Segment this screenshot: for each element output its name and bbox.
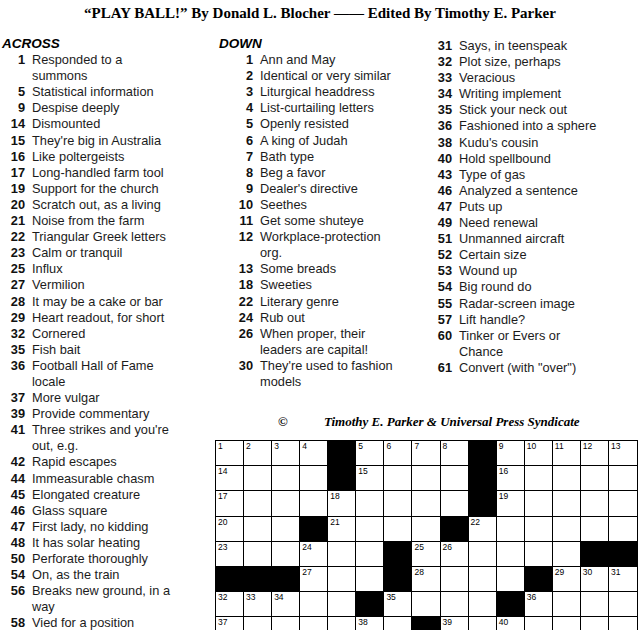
clue-text: More vulgar bbox=[32, 390, 100, 406]
clue-item-54: 54On, as the train bbox=[0, 567, 216, 583]
cell-number: 31 bbox=[611, 568, 620, 577]
clue-text: Triangular Greek letters bbox=[32, 229, 166, 245]
cell-number: 19 bbox=[499, 492, 508, 501]
cell-number: 16 bbox=[499, 467, 508, 476]
clue-text: Vermilion bbox=[32, 277, 85, 293]
clue-item-58: 58Vied for a position bbox=[0, 615, 216, 630]
clue-text: Rub out bbox=[260, 310, 305, 326]
clue-item-46: 46Analyzed a sentence bbox=[428, 183, 640, 199]
grid-cell-r3c2[interactable] bbox=[244, 491, 272, 516]
grid-cell-r8c14[interactable] bbox=[581, 617, 609, 630]
clue-number: 60 bbox=[428, 328, 452, 360]
grid-cell-r3c6[interactable] bbox=[356, 491, 384, 516]
clue-number: 42 bbox=[0, 454, 25, 470]
clue-text: Scratch out, as a living bbox=[32, 197, 161, 213]
cell-number: 35 bbox=[386, 593, 395, 602]
grid-cell-r4c3[interactable] bbox=[272, 517, 300, 542]
clue-item-11: 11Get some shuteye bbox=[217, 213, 431, 229]
clue-text: They're used to fashion models bbox=[260, 358, 393, 390]
grid-cell-r4c10[interactable]: 22 bbox=[469, 517, 497, 542]
clue-number: 47 bbox=[428, 199, 452, 215]
cell-number: 30 bbox=[583, 568, 592, 577]
grid-cell-r8c7[interactable] bbox=[384, 617, 412, 630]
clue-number: 19 bbox=[0, 181, 25, 197]
grid-cell-r7c3[interactable]: 34 bbox=[272, 592, 300, 617]
clue-text: Some breads bbox=[260, 261, 336, 277]
grid-cell-r1c7[interactable]: 6 bbox=[384, 441, 412, 466]
cell-number: 9 bbox=[499, 442, 504, 451]
clue-number: 56 bbox=[0, 583, 25, 615]
clue-text: Says, in teenspeak bbox=[459, 38, 567, 54]
grid-cell-r3c3[interactable] bbox=[272, 491, 300, 516]
clue-number: 2 bbox=[217, 68, 253, 84]
grid-cell-r8c13[interactable] bbox=[553, 617, 581, 630]
grid-cell-r6c4[interactable]: 27 bbox=[300, 567, 328, 592]
clue-item-35: 35Stick your neck out bbox=[428, 102, 640, 118]
clue-item-26: 26When proper, their leaders are capital… bbox=[217, 326, 431, 358]
grid-cell-r6c5[interactable] bbox=[328, 567, 356, 592]
grid-cell-r2c2[interactable] bbox=[244, 466, 272, 491]
clue-text: Convert (with "over") bbox=[459, 360, 576, 376]
clue-item-39: 39Provide commentary bbox=[0, 406, 216, 422]
grid-cell-r4c6[interactable] bbox=[356, 517, 384, 542]
grid-cell-r4c11[interactable] bbox=[497, 517, 525, 542]
clue-item-20: 20Scratch out, as a living bbox=[0, 197, 216, 213]
grid-cell-r4c14[interactable] bbox=[581, 517, 609, 542]
clue-item-36: 36Football Hall of Fame locale bbox=[0, 358, 216, 390]
grid-cell-r5c9[interactable]: 26 bbox=[441, 542, 469, 567]
clue-number: 49 bbox=[428, 215, 452, 231]
clue-item-5: 5Openly resisted bbox=[217, 116, 431, 132]
clue-number: 34 bbox=[428, 86, 452, 102]
grid-cell-r2c13[interactable] bbox=[553, 466, 581, 491]
cell-number: 13 bbox=[611, 442, 620, 451]
clue-number: 13 bbox=[217, 261, 253, 277]
grid-cell-r8c1[interactable]: 37 bbox=[216, 617, 244, 630]
grid-cell-r2c6[interactable]: 15 bbox=[356, 466, 384, 491]
grid-cell-r7c7[interactable]: 35 bbox=[384, 592, 412, 617]
cell-number: 4 bbox=[302, 442, 307, 451]
cell-number: 20 bbox=[218, 518, 227, 527]
clue-text: Get some shuteye bbox=[260, 213, 364, 229]
grid-cell-r3c9[interactable] bbox=[441, 491, 469, 516]
clue-text: Unmanned aircraft bbox=[459, 231, 564, 247]
grid-cell-r5c11[interactable] bbox=[497, 542, 525, 567]
grid-cell-r6c8[interactable]: 28 bbox=[412, 567, 440, 592]
grid-cell-r1c10 bbox=[469, 441, 497, 466]
grid-cell-r5c10[interactable] bbox=[469, 542, 497, 567]
clue-text: Despise deeply bbox=[32, 100, 120, 116]
copyright-icon: © bbox=[278, 414, 288, 430]
clue-item-46: 46Glass square bbox=[0, 503, 216, 519]
clue-text: Immeasurable chasm bbox=[32, 471, 154, 487]
clue-text: Analyzed a sentence bbox=[459, 183, 578, 199]
clue-item-52: 52Certain size bbox=[428, 247, 640, 263]
cell-number: 39 bbox=[443, 618, 452, 627]
clue-item-18: 18Sweeties bbox=[217, 277, 431, 293]
clue-number: 48 bbox=[0, 535, 25, 551]
grid-cell-r4c7[interactable] bbox=[384, 517, 412, 542]
clue-item-38: 38Kudu's cousin bbox=[428, 135, 640, 151]
clue-number: 32 bbox=[0, 326, 25, 342]
grid-cell-r4c13[interactable] bbox=[553, 517, 581, 542]
grid-cell-r7c5[interactable] bbox=[328, 592, 356, 617]
grid-cell-r1c14[interactable]: 12 bbox=[581, 441, 609, 466]
clue-item-40: 40Hold spellbound bbox=[428, 151, 640, 167]
grid-cell-r1c11[interactable]: 9 bbox=[497, 441, 525, 466]
clue-item-29: 29Heart readout, for short bbox=[0, 310, 216, 326]
grid-cell-r2c4[interactable] bbox=[300, 466, 328, 491]
grid-cell-r2c15[interactable] bbox=[609, 466, 637, 491]
clue-text: First lady, no kidding bbox=[32, 519, 148, 535]
clue-text: Rapid escapes bbox=[32, 454, 117, 470]
clue-text: Three strikes and you're out, e.g. bbox=[32, 422, 169, 454]
grid-cell-r3c7[interactable] bbox=[384, 491, 412, 516]
clue-number: 5 bbox=[0, 84, 25, 100]
clue-item-30: 30They're used to fashion models bbox=[217, 358, 431, 390]
down-clue-list-right: 31Says, in teenspeak32Plot size, perhaps… bbox=[428, 38, 640, 376]
grid-cell-r7c6 bbox=[356, 592, 384, 617]
clue-text: Dealer's directive bbox=[260, 181, 358, 197]
clue-text: Openly resisted bbox=[260, 116, 349, 132]
cell-number: 7 bbox=[414, 442, 419, 451]
clue-item-35: 35Fish bait bbox=[0, 342, 216, 358]
clue-item-23: 23Calm or tranquil bbox=[0, 245, 216, 261]
clue-item-49: 49Need renewal bbox=[428, 215, 640, 231]
grid-cell-r8c11[interactable]: 40 bbox=[497, 617, 525, 630]
grid-cell-r3c12[interactable] bbox=[525, 491, 553, 516]
clue-number: 1 bbox=[217, 52, 253, 68]
grid-cell-r4c15[interactable] bbox=[609, 517, 637, 542]
clue-text: Noise from the farm bbox=[32, 213, 144, 229]
clue-item-4: 4List-curtailing letters bbox=[217, 100, 431, 116]
clue-text: Cornered bbox=[32, 326, 85, 342]
clue-number: 18 bbox=[217, 277, 253, 293]
cell-number: 2 bbox=[246, 442, 251, 451]
clue-number: 27 bbox=[0, 277, 25, 293]
clue-text: Identical or very similar bbox=[260, 68, 391, 84]
clue-number: 29 bbox=[0, 310, 25, 326]
clue-number: 55 bbox=[428, 296, 452, 312]
clue-number: 46 bbox=[428, 183, 452, 199]
grid-cell-r7c15[interactable] bbox=[609, 592, 637, 617]
clue-number: 32 bbox=[428, 54, 452, 70]
grid-cell-r8c15[interactable] bbox=[609, 617, 637, 630]
grid-cell-r7c1[interactable]: 32 bbox=[216, 592, 244, 617]
clue-number: 8 bbox=[217, 165, 253, 181]
grid-cell-r2c9[interactable] bbox=[441, 466, 469, 491]
clue-item-47: 47Puts up bbox=[428, 199, 640, 215]
clue-item-36: 36Fashioned into a sphere bbox=[428, 118, 640, 134]
clue-number: 6 bbox=[217, 133, 253, 149]
grid-cell-r6c13[interactable]: 29 bbox=[553, 567, 581, 592]
clue-number: 24 bbox=[217, 310, 253, 326]
clue-item-13: 13Some breads bbox=[217, 261, 431, 277]
clue-item-22: 22Literary genre bbox=[217, 294, 431, 310]
puzzle-title: “PLAY BALL!” By Donald L. Blocher —— Edi… bbox=[0, 5, 640, 22]
clue-number: 47 bbox=[0, 519, 25, 535]
grid-cell-r2c10 bbox=[469, 466, 497, 491]
grid-cell-r6c1 bbox=[216, 567, 244, 592]
clue-text: Calm or tranquil bbox=[32, 245, 122, 261]
grid-cell-r8c2[interactable] bbox=[244, 617, 272, 630]
grid-cell-r3c15[interactable] bbox=[609, 491, 637, 516]
grid-cell-r1c8[interactable]: 7 bbox=[412, 441, 440, 466]
grid-cell-r3c10 bbox=[469, 491, 497, 516]
grid-cell-r6c12 bbox=[525, 567, 553, 592]
clue-number: 9 bbox=[217, 181, 253, 197]
clue-text: Fashioned into a sphere bbox=[459, 118, 596, 134]
clue-text: Bath type bbox=[260, 149, 314, 165]
grid-cell-r5c3[interactable] bbox=[272, 542, 300, 567]
grid-cell-r3c1[interactable]: 17 bbox=[216, 491, 244, 516]
grid-cell-r6c14[interactable]: 30 bbox=[581, 567, 609, 592]
clue-item-42: 42Rapid escapes bbox=[0, 454, 216, 470]
grid-cell-r7c8[interactable] bbox=[412, 592, 440, 617]
clue-number: 38 bbox=[428, 135, 452, 151]
clue-text: Wound up bbox=[459, 263, 517, 279]
grid-cell-r3c14[interactable] bbox=[581, 491, 609, 516]
clue-item-32: 32Plot size, perhaps bbox=[428, 54, 640, 70]
clue-number: 25 bbox=[0, 261, 25, 277]
clue-text: Puts up bbox=[459, 199, 502, 215]
grid-cell-r1c9[interactable]: 8 bbox=[441, 441, 469, 466]
grid-cell-r4c5[interactable]: 21 bbox=[328, 517, 356, 542]
grid-cell-r5c2[interactable] bbox=[244, 542, 272, 567]
grid-cell-r4c1[interactable]: 20 bbox=[216, 517, 244, 542]
grid-cell-r4c8[interactable] bbox=[412, 517, 440, 542]
clue-number: 33 bbox=[428, 70, 452, 86]
grid-cell-r7c2[interactable]: 33 bbox=[244, 592, 272, 617]
grid-cell-r7c13[interactable] bbox=[553, 592, 581, 617]
clue-number: 54 bbox=[428, 279, 452, 295]
grid-cell-r1c13[interactable]: 11 bbox=[553, 441, 581, 466]
clue-item-15: 15They're big in Australia bbox=[0, 133, 216, 149]
clue-item-1: 1Ann and May bbox=[217, 52, 431, 68]
clue-text: Fish bait bbox=[32, 342, 80, 358]
grid-cell-r8c9[interactable]: 39 bbox=[441, 617, 469, 630]
clue-item-10: 10Seethes bbox=[217, 197, 431, 213]
grid-cell-r6c10[interactable] bbox=[469, 567, 497, 592]
grid-cell-r7c12[interactable]: 36 bbox=[525, 592, 553, 617]
across-clue-list: 1Responded to a summons5Statistical info… bbox=[0, 52, 216, 630]
cell-number: 3 bbox=[274, 442, 279, 451]
clue-item-9: 9Despise deeply bbox=[0, 100, 216, 116]
grid-cell-r3c8[interactable] bbox=[412, 491, 440, 516]
clue-text: Influx bbox=[32, 261, 63, 277]
clue-text: Elongated creature bbox=[32, 487, 140, 503]
clue-item-50: 50Perforate thoroughly bbox=[0, 551, 216, 567]
clue-text: Beg a favor bbox=[260, 165, 325, 181]
grid-cell-r7c14[interactable] bbox=[581, 592, 609, 617]
clue-item-61: 61Convert (with "over") bbox=[428, 360, 640, 376]
clue-text: It may be a cake or bar bbox=[32, 294, 163, 310]
cell-number: 25 bbox=[414, 543, 423, 552]
clue-text: Type of gas bbox=[459, 167, 525, 183]
clue-item-17: 17Long-handled farm tool bbox=[0, 165, 216, 181]
cell-number: 15 bbox=[358, 467, 367, 476]
clue-item-44: 44Immeasurable chasm bbox=[0, 471, 216, 487]
clue-number: 16 bbox=[0, 149, 25, 165]
clue-number: 54 bbox=[0, 567, 25, 583]
clue-number: 39 bbox=[0, 406, 25, 422]
clue-text: Dismounted bbox=[32, 116, 100, 132]
clue-item-56: 56Breaks new ground, in a way bbox=[0, 583, 216, 615]
grid-cell-r1c3[interactable]: 3 bbox=[272, 441, 300, 466]
cell-number: 36 bbox=[527, 593, 536, 602]
clue-item-12: 12Workplace-protection org. bbox=[217, 229, 431, 261]
grid-cell-r2c8[interactable] bbox=[412, 466, 440, 491]
clue-text: Provide commentary bbox=[32, 406, 149, 422]
clue-text: Like poltergeists bbox=[32, 149, 124, 165]
grid-cell-r7c4[interactable] bbox=[300, 592, 328, 617]
copyright-line: © Timothy E. Parker & Universal Press Sy… bbox=[216, 414, 640, 432]
grid-cell-r1c12[interactable]: 10 bbox=[525, 441, 553, 466]
clue-text: Long-handled farm tool bbox=[32, 165, 164, 181]
clue-text: Veracious bbox=[459, 70, 515, 86]
clue-text: Hold spellbound bbox=[459, 151, 551, 167]
cell-number: 22 bbox=[471, 518, 480, 527]
grid-cell-r6c15[interactable]: 31 bbox=[609, 567, 637, 592]
clue-number: 22 bbox=[217, 294, 253, 310]
grid-cell-r2c14[interactable] bbox=[581, 466, 609, 491]
clue-text: List-curtailing letters bbox=[260, 100, 374, 116]
clue-item-27: 27Vermilion bbox=[0, 277, 216, 293]
grid-cell-r6c9[interactable] bbox=[441, 567, 469, 592]
clue-number: 9 bbox=[0, 100, 25, 116]
clue-number: 35 bbox=[0, 342, 25, 358]
clue-item-60: 60Tinker or Evers or Chance bbox=[428, 328, 640, 360]
grid-cell-r4c12[interactable] bbox=[525, 517, 553, 542]
copyright-text: Timothy E. Parker & Universal Press Synd… bbox=[324, 414, 580, 430]
clue-text: Glass square bbox=[32, 503, 107, 519]
grid-cell-r8c8 bbox=[412, 617, 440, 630]
grid-cell-r8c3[interactable] bbox=[272, 617, 300, 630]
clue-text: Certain size bbox=[459, 247, 527, 263]
clue-item-45: 45Elongated creature bbox=[0, 487, 216, 503]
grid-cell-r5c12[interactable] bbox=[525, 542, 553, 567]
grid-cell-r2c3[interactable] bbox=[272, 466, 300, 491]
grid-cell-r1c1[interactable]: 1 bbox=[216, 441, 244, 466]
grid-cell-r5c14 bbox=[581, 542, 609, 567]
clue-text: Breaks new ground, in a way bbox=[32, 583, 170, 615]
grid-cell-r1c2[interactable]: 2 bbox=[244, 441, 272, 466]
cell-number: 8 bbox=[443, 442, 448, 451]
clue-text: Stick your neck out bbox=[459, 102, 567, 118]
grid-cell-r1c15[interactable]: 13 bbox=[609, 441, 637, 466]
clue-text: Vied for a position bbox=[32, 615, 134, 630]
grid-cell-r5c8[interactable]: 25 bbox=[412, 542, 440, 567]
clue-text: A king of Judah bbox=[260, 133, 348, 149]
grid-cell-r5c6[interactable] bbox=[356, 542, 384, 567]
clue-number: 31 bbox=[428, 38, 452, 54]
grid-cell-r8c6[interactable]: 38 bbox=[356, 617, 384, 630]
clue-text: It has solar heating bbox=[32, 535, 140, 551]
down-header: DOWN bbox=[219, 36, 431, 52]
clue-item-14: 14Dismounted bbox=[0, 116, 216, 132]
grid-cell-r5c13[interactable] bbox=[553, 542, 581, 567]
clue-number: 36 bbox=[428, 118, 452, 134]
grid-cell-r2c11[interactable]: 16 bbox=[497, 466, 525, 491]
cell-number: 6 bbox=[386, 442, 391, 451]
grid-cell-r1c5 bbox=[328, 441, 356, 466]
grid-cell-r6c11[interactable] bbox=[497, 567, 525, 592]
clue-text: Workplace-protection org. bbox=[260, 229, 381, 261]
clue-text: Lift handle? bbox=[459, 312, 525, 328]
grid-cell-r8c5[interactable] bbox=[328, 617, 356, 630]
clue-text: Big round do bbox=[459, 279, 532, 295]
grid-cell-r8c12[interactable] bbox=[525, 617, 553, 630]
grid-cell-r8c4[interactable] bbox=[300, 617, 328, 630]
grid-cell-r3c13[interactable] bbox=[553, 491, 581, 516]
grid-cell-r5c15 bbox=[609, 542, 637, 567]
grid-cell-r3c5[interactable]: 18 bbox=[328, 491, 356, 516]
crossword-grid: 1234567891011121314151617181920212223242… bbox=[215, 440, 638, 630]
grid-cell-r4c9 bbox=[441, 517, 469, 542]
clue-item-57: 57Lift handle? bbox=[428, 312, 640, 328]
clue-number: 41 bbox=[0, 422, 25, 454]
grid-cell-r2c5 bbox=[328, 466, 356, 491]
clue-item-8: 8Beg a favor bbox=[217, 165, 431, 181]
clue-number: 44 bbox=[0, 471, 25, 487]
grid-cell-r2c7[interactable] bbox=[384, 466, 412, 491]
clue-item-5: 5Statistical information bbox=[0, 84, 216, 100]
grid-cell-r5c4[interactable]: 24 bbox=[300, 542, 328, 567]
clue-item-47: 47First lady, no kidding bbox=[0, 519, 216, 535]
crossword-page: “PLAY BALL!” By Donald L. Blocher —— Edi… bbox=[0, 0, 640, 630]
clue-text: When proper, their leaders are capital! bbox=[260, 326, 368, 358]
clue-number: 14 bbox=[0, 116, 25, 132]
grid-cell-r2c1[interactable]: 14 bbox=[216, 466, 244, 491]
clue-item-16: 16Like poltergeists bbox=[0, 149, 216, 165]
clue-number: 10 bbox=[217, 197, 253, 213]
grid-cell-r4c4 bbox=[300, 517, 328, 542]
grid-cell-r4c2[interactable] bbox=[244, 517, 272, 542]
clue-item-3: 3Liturgical headdress bbox=[217, 84, 431, 100]
grid-cell-r6c6[interactable] bbox=[356, 567, 384, 592]
clue-text: Responded to a summons bbox=[32, 52, 122, 84]
clue-text: Statistical information bbox=[32, 84, 154, 100]
cell-number: 17 bbox=[218, 492, 227, 501]
clue-text: Liturgical headdress bbox=[260, 84, 375, 100]
clue-item-54: 54Big round do bbox=[428, 279, 640, 295]
clue-item-43: 43Type of gas bbox=[428, 167, 640, 183]
clue-item-55: 55Radar-screen image bbox=[428, 296, 640, 312]
grid-cell-r2c12[interactable] bbox=[525, 466, 553, 491]
grid-cell-r1c4[interactable]: 4 bbox=[300, 441, 328, 466]
clue-number: 3 bbox=[217, 84, 253, 100]
cell-number: 37 bbox=[218, 618, 227, 627]
clue-number: 45 bbox=[0, 487, 25, 503]
grid-cell-r7c10[interactable] bbox=[469, 592, 497, 617]
grid-cell-r7c9[interactable] bbox=[441, 592, 469, 617]
grid-cell-r1c6[interactable]: 5 bbox=[356, 441, 384, 466]
clue-number: 36 bbox=[0, 358, 25, 390]
cell-number: 34 bbox=[274, 593, 283, 602]
grid-cell-r8c10[interactable] bbox=[469, 617, 497, 630]
grid-cell-r5c1[interactable]: 23 bbox=[216, 542, 244, 567]
clue-number: 5 bbox=[217, 116, 253, 132]
cell-number: 5 bbox=[358, 442, 363, 451]
cell-number: 27 bbox=[302, 568, 311, 577]
grid-cell-r5c5[interactable] bbox=[328, 542, 356, 567]
cell-number: 11 bbox=[555, 442, 564, 451]
clue-item-51: 51Unmanned aircraft bbox=[428, 231, 640, 247]
clue-text: Need renewal bbox=[459, 215, 538, 231]
clue-item-19: 19Support for the church bbox=[0, 181, 216, 197]
grid-cell-r3c4[interactable] bbox=[300, 491, 328, 516]
grid-cell-r3c11[interactable]: 19 bbox=[497, 491, 525, 516]
